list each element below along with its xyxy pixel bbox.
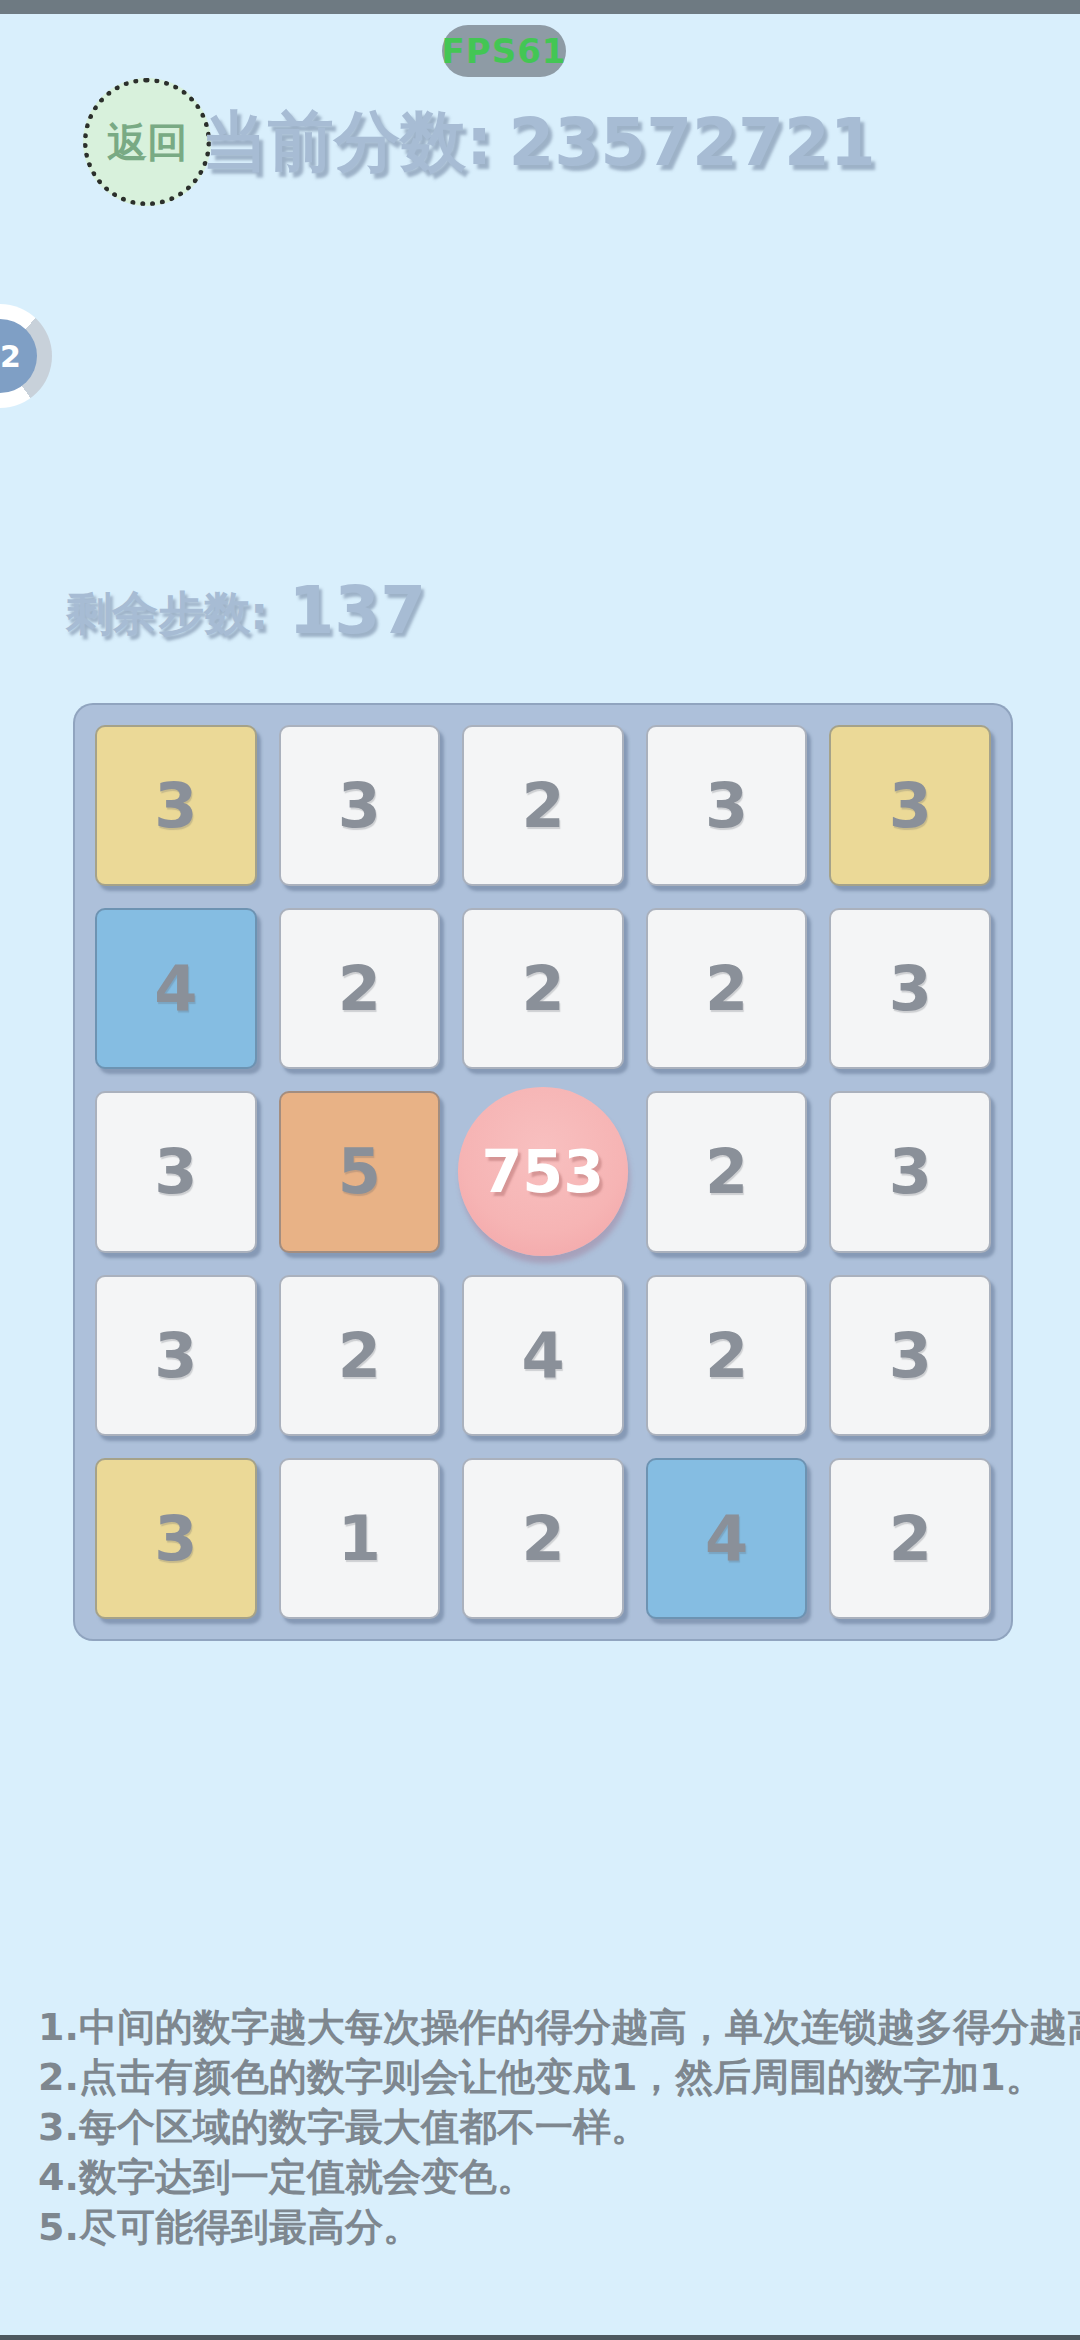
cell-r1c5[interactable]: 3 (829, 725, 991, 886)
cell-r1c4[interactable]: 3 (646, 725, 808, 886)
game-board: 332334222335753233242331242 (73, 703, 1013, 1641)
steps-label: 剩余步数: (66, 582, 268, 644)
cell-r2c5[interactable]: 3 (829, 908, 991, 1069)
cell-r3c3[interactable]: 753 (458, 1087, 628, 1256)
status-bar (0, 0, 1080, 14)
instructions: 1.中间的数字越大每次操作的得分越高，单次连锁越多得分越高!2.点击有颜色的数字… (38, 2002, 1048, 2252)
score-label: 当前分数: (202, 97, 492, 187)
back-button-label: 返回 (107, 115, 187, 170)
back-button[interactable]: 返回 (83, 78, 211, 206)
steps-value: 137 (288, 578, 426, 644)
cell-r1c2[interactable]: 3 (279, 725, 441, 886)
instruction-line: 2.点击有颜色的数字则会让他变成1，然后周围的数字加1。 (38, 2052, 1048, 2102)
fps-badge: FPS61 (442, 25, 566, 77)
level-badge[interactable]: 22 (0, 304, 52, 408)
cell-r3c5[interactable]: 3 (829, 1091, 991, 1252)
cell-r5c1[interactable]: 3 (95, 1458, 257, 1619)
cell-r1c1[interactable]: 3 (95, 725, 257, 886)
cell-r3c1[interactable]: 3 (95, 1091, 257, 1252)
cell-r4c2[interactable]: 2 (279, 1275, 441, 1436)
cell-r3c4[interactable]: 2 (646, 1091, 808, 1252)
cell-r5c5[interactable]: 2 (829, 1458, 991, 1619)
cell-r2c2[interactable]: 2 (279, 908, 441, 1069)
cell-r4c4[interactable]: 2 (646, 1275, 808, 1436)
cell-r2c1[interactable]: 4 (95, 908, 257, 1069)
cell-r5c4[interactable]: 4 (646, 1458, 808, 1619)
bottom-edge-strip (0, 2335, 1080, 2340)
instruction-line: 3.每个区域的数字最大值都不一样。 (38, 2102, 1048, 2152)
score-value: 23572721 (508, 104, 875, 181)
cell-r2c3[interactable]: 2 (462, 908, 624, 1069)
cell-r5c2[interactable]: 1 (279, 1458, 441, 1619)
instruction-line: 1.中间的数字越大每次操作的得分越高，单次连锁越多得分越高! (38, 2002, 1048, 2052)
cell-r4c1[interactable]: 3 (95, 1275, 257, 1436)
cell-r4c5[interactable]: 3 (829, 1275, 991, 1436)
steps-row: 剩余步数: 137 (66, 578, 426, 644)
score-row: 当前分数: 23572721 (202, 96, 876, 188)
cell-r2c4[interactable]: 2 (646, 908, 808, 1069)
instruction-line: 4.数字达到一定值就会变色。 (38, 2152, 1048, 2202)
cell-r5c3[interactable]: 2 (462, 1458, 624, 1619)
cell-r4c3[interactable]: 4 (462, 1275, 624, 1436)
cell-r3c2[interactable]: 5 (279, 1091, 441, 1252)
level-badge-value: 22 (0, 319, 37, 393)
cell-r1c3[interactable]: 2 (462, 725, 624, 886)
fps-label: FPS61 (442, 31, 567, 71)
instruction-line: 5.尽可能得到最高分。 (38, 2202, 1048, 2252)
